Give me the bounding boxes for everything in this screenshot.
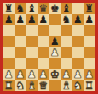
white-pawn[interactable]: ♟: [39, 69, 48, 80]
square-b8[interactable]: ♞: [15, 3, 27, 14]
square-a4[interactable]: [3, 47, 15, 58]
square-f8[interactable]: ♝: [61, 3, 73, 14]
white-pawn[interactable]: ♟: [85, 69, 94, 80]
square-f1[interactable]: ♝: [61, 80, 73, 91]
square-g3[interactable]: [72, 58, 84, 69]
black-rook[interactable]: ♜: [85, 3, 94, 14]
square-g6[interactable]: [72, 25, 84, 36]
square-g8[interactable]: [72, 3, 84, 14]
white-rook[interactable]: ♜: [4, 80, 13, 91]
white-bishop[interactable]: ♝: [62, 80, 71, 91]
square-e1[interactable]: [49, 80, 61, 91]
square-c3[interactable]: [26, 58, 38, 69]
black-pawn[interactable]: ♟: [85, 14, 94, 25]
square-e5[interactable]: ♟: [49, 36, 61, 47]
black-rook[interactable]: ♜: [4, 3, 13, 14]
square-e6[interactable]: [49, 25, 61, 36]
square-a5[interactable]: [3, 36, 15, 47]
black-bishop[interactable]: ♝: [27, 3, 36, 14]
black-king[interactable]: ♚: [50, 3, 59, 14]
white-pawn[interactable]: ♟: [16, 69, 25, 80]
white-rook[interactable]: ♜: [85, 80, 94, 91]
white-knight[interactable]: ♞: [73, 80, 82, 91]
square-h3[interactable]: [84, 58, 96, 69]
black-pawn[interactable]: ♟: [39, 14, 48, 25]
square-d5[interactable]: [38, 36, 50, 47]
black-knight[interactable]: ♞: [62, 14, 71, 25]
square-c6[interactable]: [26, 25, 38, 36]
square-b6[interactable]: [15, 25, 27, 36]
square-h7[interactable]: ♟: [84, 14, 96, 25]
white-bishop[interactable]: ♝: [27, 80, 36, 91]
square-a6[interactable]: [3, 25, 15, 36]
square-a3[interactable]: [3, 58, 15, 69]
white-pawn[interactable]: ♟: [50, 47, 59, 58]
square-d7[interactable]: ♟: [38, 14, 50, 25]
white-pawn[interactable]: ♟: [27, 69, 36, 80]
square-g2[interactable]: ♟: [72, 69, 84, 80]
square-h6[interactable]: [84, 25, 96, 36]
square-b3[interactable]: [15, 58, 27, 69]
square-f5[interactable]: [61, 36, 73, 47]
square-d8[interactable]: ♛: [38, 3, 50, 14]
square-c7[interactable]: ♟: [26, 14, 38, 25]
square-h5[interactable]: [84, 36, 96, 47]
square-b1[interactable]: ♞: [15, 80, 27, 91]
square-e2[interactable]: ♚: [49, 69, 61, 80]
black-queen[interactable]: ♛: [39, 3, 48, 14]
square-c5[interactable]: [26, 36, 38, 47]
square-e8[interactable]: ♚: [49, 3, 61, 14]
black-bishop[interactable]: ♝: [62, 3, 71, 14]
white-pawn[interactable]: ♟: [73, 69, 82, 80]
white-pawn[interactable]: ♟: [4, 69, 13, 80]
square-h8[interactable]: ♜: [84, 3, 96, 14]
square-e4[interactable]: ♟: [49, 47, 61, 58]
square-d1[interactable]: ♛: [38, 80, 50, 91]
black-pawn[interactable]: ♟: [16, 14, 25, 25]
black-pawn[interactable]: ♟: [4, 14, 13, 25]
square-a2[interactable]: ♟: [3, 69, 15, 80]
square-a8[interactable]: ♜: [3, 3, 15, 14]
square-c2[interactable]: ♟: [26, 69, 38, 80]
square-g7[interactable]: ♟: [72, 14, 84, 25]
white-king[interactable]: ♚: [50, 69, 59, 80]
square-b5[interactable]: [15, 36, 27, 47]
square-h1[interactable]: ♜: [84, 80, 96, 91]
square-c8[interactable]: ♝: [26, 3, 38, 14]
square-f2[interactable]: ♟: [61, 69, 73, 80]
white-queen[interactable]: ♛: [39, 80, 48, 91]
white-knight[interactable]: ♞: [16, 80, 25, 91]
chess-app-window: ♜♞♝♛♚♝♜♟♟♟♟♞♟♟♟♟♟♟♟♟♚♟♟♟♜♞♝♛♝♞♜: [0, 0, 98, 94]
square-g4[interactable]: [72, 47, 84, 58]
square-a7[interactable]: ♟: [3, 14, 15, 25]
square-f3[interactable]: [61, 58, 73, 69]
white-pawn[interactable]: ♟: [62, 69, 71, 80]
black-pawn[interactable]: ♟: [73, 14, 82, 25]
black-knight[interactable]: ♞: [16, 3, 25, 14]
square-b7[interactable]: ♟: [15, 14, 27, 25]
square-d2[interactable]: ♟: [38, 69, 50, 80]
square-g5[interactable]: [72, 36, 84, 47]
square-d4[interactable]: [38, 47, 50, 58]
square-c4[interactable]: [26, 47, 38, 58]
square-b2[interactable]: ♟: [15, 69, 27, 80]
square-c1[interactable]: ♝: [26, 80, 38, 91]
square-g1[interactable]: ♞: [72, 80, 84, 91]
square-h2[interactable]: ♟: [84, 69, 96, 80]
square-b4[interactable]: [15, 47, 27, 58]
square-f4[interactable]: [61, 47, 73, 58]
square-f7[interactable]: ♞: [61, 14, 73, 25]
square-h4[interactable]: [84, 47, 96, 58]
square-a1[interactable]: ♜: [3, 80, 15, 91]
chess-board: ♜♞♝♛♚♝♜♟♟♟♟♞♟♟♟♟♟♟♟♟♚♟♟♟♜♞♝♛♝♞♜: [3, 3, 95, 91]
square-e3[interactable]: [49, 58, 61, 69]
square-e7[interactable]: [49, 14, 61, 25]
square-d6[interactable]: [38, 25, 50, 36]
square-d3[interactable]: [38, 58, 50, 69]
black-pawn[interactable]: ♟: [27, 14, 36, 25]
black-pawn[interactable]: ♟: [50, 36, 59, 47]
square-f6[interactable]: [61, 25, 73, 36]
